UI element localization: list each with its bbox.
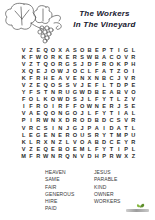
grid-cell-r10c4: Q (42, 110, 49, 117)
grid-cell-r10c15: A (122, 110, 129, 117)
grid-cell-r4c12: A (100, 67, 107, 74)
word-item: WORKERS (94, 198, 121, 205)
grid-cell-r15c12: Y (100, 145, 107, 152)
grid-cell-r2c7: E (64, 53, 71, 60)
grid-cell-r2c1: K (20, 53, 27, 60)
grid-cell-r5c5: E (49, 74, 56, 81)
grid-cell-r16c1: M (20, 152, 27, 159)
grid-cell-r8c15: Z (122, 96, 129, 103)
grid-cell-r2c10: W (86, 53, 93, 60)
grid-cell-r5c13: C (108, 74, 115, 81)
word-item: OWNER (94, 191, 121, 198)
grid-cell-r13c9: U (79, 131, 86, 138)
grid-cell-r14c5: N (49, 138, 56, 145)
grid-cell-r1c14: I (115, 46, 122, 53)
grid-cell-r3c9: J (79, 60, 86, 67)
grid-cell-r10c12: Y (100, 110, 107, 117)
grid-cell-r8c16: V (130, 96, 137, 103)
grid-cell-r10c8: O (71, 110, 78, 117)
grid-cell-r15c8: E (71, 145, 78, 152)
grid-cell-r2c11: B (93, 53, 100, 60)
grid-cell-r13c6: E (57, 131, 64, 138)
sprout-icon (136, 200, 145, 208)
grid-cell-r12c1: V (20, 124, 27, 131)
grid-cell-r4c1: X (20, 67, 27, 74)
grid-cell-r16c3: R (35, 152, 42, 159)
grid-cell-r14c12: D (100, 138, 107, 145)
grid-cell-r14c3: R (35, 138, 42, 145)
grid-cell-r14c6: Z (57, 138, 64, 145)
grid-cell-r14c9: O (79, 138, 86, 145)
grid-cell-r13c16: U (130, 131, 137, 138)
grid-cell-r11c16: R (130, 117, 137, 124)
grid-cell-r15c10: L (86, 145, 93, 152)
grid-cell-r4c16: I (130, 67, 137, 74)
grid-cell-r11c15: V (122, 117, 129, 124)
grid-cell-r4c9: C (79, 67, 86, 74)
grid-cell-r9c11: N (93, 103, 100, 110)
grid-cell-r12c9: J (79, 124, 86, 131)
grid-cell-r12c11: A (93, 124, 100, 131)
grid-cell-r10c1: V (20, 110, 27, 117)
grid-cell-r5c6: A (57, 74, 64, 81)
grid-cell-r11c6: X (57, 117, 64, 124)
grid-cell-r12c15: T (122, 124, 129, 131)
grid-cell-r4c3: E (35, 67, 42, 74)
grid-cell-r9c16: E (130, 103, 137, 110)
grid-cell-r16c13: R (108, 152, 115, 159)
grid-cell-r5c8: E (71, 74, 78, 81)
grid-cell-r10c7: G (64, 110, 71, 117)
grid-cell-r3c3: T (35, 60, 42, 67)
grid-cell-r11c13: C (108, 117, 115, 124)
grid-cell-r9c9: O (79, 103, 86, 110)
grid-cell-r3c2: Z (27, 60, 34, 67)
grid-cell-r15c15: P (122, 145, 129, 152)
grid-cell-r4c5: O (49, 67, 56, 74)
grid-cell-r7c4: T (42, 89, 49, 96)
header: The Workers In The Vineyard (0, 0, 155, 46)
grid-cell-r12c16: L (130, 124, 137, 131)
grid-cell-r3c16: H (130, 60, 137, 67)
grid-cell-r14c4: X (42, 138, 49, 145)
grid-cell-r3c1: V (20, 60, 27, 67)
grid-cell-r9c6: R (57, 103, 64, 110)
grid-cell-r6c6: S (57, 81, 64, 88)
grid-cell-r14c2: L (27, 138, 34, 145)
grid-cell-r9c1: I (20, 103, 27, 110)
grid-cell-r1c10: B (86, 46, 93, 53)
grid-cell-r11c3: R (35, 117, 42, 124)
grid-cell-r16c9: V (79, 152, 86, 159)
grid-cell-r14c16: R (130, 138, 137, 145)
publisher-logo (126, 200, 150, 213)
grid-cell-r16c14: W (115, 152, 122, 159)
grid-cell-r3c4: Q (42, 60, 49, 67)
grid-cell-r6c2: Z (27, 81, 34, 88)
grid-cell-r2c4: O (42, 53, 49, 60)
grid-cell-r5c11: N (93, 74, 100, 81)
grid-cell-r9c10: W (86, 103, 93, 110)
grid-cell-r16c16: Z (130, 152, 137, 159)
grid-cell-r3c13: O (108, 60, 115, 67)
grape-vine-illustration (2, 1, 64, 46)
grid-cell-r2c2: F (27, 53, 34, 60)
word-item: PARABLE (94, 176, 121, 183)
grid-cell-r13c1: L (20, 131, 27, 138)
grid-cell-r15c3: E (35, 145, 42, 152)
grid-cell-r16c8: N (71, 152, 78, 159)
grid-cell-r7c5: N (49, 89, 56, 96)
grid-cell-r16c7: Q (64, 152, 71, 159)
grid-cell-r11c8: R (71, 117, 78, 124)
grid-cell-r7c7: U (64, 89, 71, 96)
grid-cell-r1c1: V (20, 46, 27, 53)
grid-cell-r16c4: W (42, 152, 49, 159)
grid-cell-r16c11: H (93, 152, 100, 159)
grid-cell-r8c4: K (42, 96, 49, 103)
word-item: PAID (45, 205, 74, 212)
grid-cell-r3c5: O (49, 60, 56, 67)
grid-cell-r15c14: I (115, 145, 122, 152)
grid-cell-r16c6: R (57, 152, 64, 159)
grid-cell-r16c5: N (49, 152, 56, 159)
grid-cell-r6c14: D (115, 81, 122, 88)
grid-cell-r6c8: V (71, 81, 78, 88)
grid-cell-r9c3: R (35, 103, 42, 110)
grid-cell-r12c14: A (115, 124, 122, 131)
grid-cell-r15c5: E (49, 145, 56, 152)
grid-cell-r9c8: F (71, 103, 78, 110)
grid-cell-r4c4: J (42, 67, 49, 74)
grid-cell-r12c13: D (108, 124, 115, 131)
grid-cell-r5c3: R (35, 74, 42, 81)
grid-cell-r16c12: P (100, 152, 107, 159)
grid-cell-r12c5: I (49, 124, 56, 131)
grid-cell-r12c4: S (42, 124, 49, 131)
grid-cell-r10c13: T (108, 110, 115, 117)
grid-cell-r7c9: W (79, 89, 86, 96)
grid-cell-r7c14: B (115, 89, 122, 96)
grid-cell-r14c7: L (64, 138, 71, 145)
grid-cell-r4c7: J (64, 67, 71, 74)
grid-cell-r5c4: H (42, 74, 49, 81)
grid-cell-r2c13: C (108, 53, 115, 60)
grid-cell-r15c2: Z (27, 145, 34, 152)
grid-cell-r3c15: P (122, 60, 129, 67)
grid-cell-r6c13: T (108, 81, 115, 88)
grid-cell-r2c12: A (100, 53, 107, 60)
grid-cell-r2c16: R (130, 53, 137, 60)
grid-cell-r3c8: S (71, 60, 78, 67)
grid-cell-r6c3: E (35, 81, 42, 88)
word-list-left: HEAVENSAMEFAIRGENEROUSHIREPAID (45, 169, 74, 213)
grid-cell-r8c14: L (115, 96, 122, 103)
grid-cell-r14c14: E (115, 138, 122, 145)
grid-cell-r2c6: K (57, 53, 64, 60)
grid-cell-r15c13: T (108, 145, 115, 152)
grid-cell-r8c7: D (64, 96, 71, 103)
grid-cell-r12c12: I (100, 124, 107, 131)
grid-cell-r6c4: Q (42, 81, 49, 88)
grid-cell-r1c9: O (79, 46, 86, 53)
grid-cell-r7c13: A (108, 89, 115, 96)
worksheet-page: The Workers In The Vineyard VZEQOXASOBEP… (0, 0, 155, 220)
grid-cell-r1c4: Q (42, 46, 49, 53)
grid-cell-r11c1: P (20, 117, 27, 124)
grid-cell-r8c2: O (27, 96, 34, 103)
grid-cell-r8c10: L (86, 96, 93, 103)
grid-cell-r14c15: Y (122, 138, 129, 145)
grid-cell-r7c6: R (57, 89, 64, 96)
word-item: SAME (45, 176, 74, 183)
grid-cell-r4c14: Z (115, 67, 122, 74)
grid-cell-r11c2: I (27, 117, 34, 124)
grid-cell-r8c1: F (20, 96, 27, 103)
grid-cell-r7c15: V (122, 89, 129, 96)
grid-cell-r9c7: F (64, 103, 71, 110)
wordsearch-grid: VZEQOXASOBEPTIGLKFWORKERSWBACOVRVZTQORGS… (20, 46, 137, 160)
grid-cell-r16c2: F (27, 152, 34, 159)
grid-cell-r13c2: E (27, 131, 34, 138)
grid-cell-r2c3: W (35, 53, 42, 60)
grid-cell-r3c6: R (57, 60, 64, 67)
grid-cell-r11c4: W (42, 117, 49, 124)
grid-cell-r6c1: V (20, 81, 27, 88)
grid-cell-r10c3: E (35, 110, 42, 117)
grid-cell-r16c15: X (122, 152, 129, 159)
grid-cell-r12c3: C (35, 124, 42, 131)
grid-cell-r13c11: R (93, 131, 100, 138)
word-item: HEAVEN (45, 169, 74, 176)
grid-cell-r10c11: F (93, 110, 100, 117)
grid-cell-r9c4: O (42, 103, 49, 110)
grid-cell-r3c7: G (64, 60, 71, 67)
grid-cell-r5c9: N (79, 74, 86, 81)
grid-cell-r15c7: O (64, 145, 71, 152)
grid-cell-r8c8: S (71, 96, 78, 103)
grid-cell-r5c16: R (130, 74, 137, 81)
grid-cell-r15c9: M (79, 145, 86, 152)
grid-cell-r4c10: L (86, 67, 93, 74)
grid-cell-r9c15: S (122, 103, 129, 110)
grid-cell-r8c11: F (93, 96, 100, 103)
grid-cell-r7c11: B (93, 89, 100, 96)
grid-cell-r12c2: R (27, 124, 34, 131)
grid-cell-r12c7: J (64, 124, 71, 131)
grid-cell-r5c14: J (115, 74, 122, 81)
grid-cell-r4c15: O (122, 67, 129, 74)
grid-cell-r10c5: O (49, 110, 56, 117)
grid-cell-r15c1: V (20, 145, 27, 152)
grid-cell-r9c5: I (49, 103, 56, 110)
grid-cell-r8c9: J (79, 96, 86, 103)
grid-cell-r4c13: T (108, 67, 115, 74)
title-line-2: In The Vineyard (56, 20, 153, 31)
grid-cell-r2c14: O (115, 53, 122, 60)
grid-cell-r13c4: E (42, 131, 49, 138)
grid-cell-r7c12: E (100, 89, 107, 96)
grid-cell-r3c12: R (100, 60, 107, 67)
grid-cell-r13c13: T (108, 131, 115, 138)
grid-cell-r10c2: A (27, 110, 34, 117)
grid-cell-r7c2: F (27, 89, 34, 96)
grid-cell-r7c8: G (71, 89, 78, 96)
grid-cell-r5c10: X (86, 74, 93, 81)
grid-cell-r3c14: K (115, 60, 122, 67)
grid-cell-r8c12: Y (100, 96, 107, 103)
grid-cell-r6c16: E (130, 81, 137, 88)
grid-cell-r6c15: P (122, 81, 129, 88)
word-item: HIRE (45, 198, 74, 205)
grid-cell-r5c15: V (122, 74, 129, 81)
grid-cell-r3c11: F (93, 60, 100, 67)
grid-cell-r9c2: F (27, 103, 34, 110)
grid-cell-r13c7: R (64, 131, 71, 138)
grid-cell-r6c5: O (49, 81, 56, 88)
grid-cell-r11c14: S (115, 117, 122, 124)
grid-cell-r14c1: K (20, 138, 27, 145)
grid-cell-r10c10: L (86, 110, 93, 117)
grid-cell-r1c2: Z (27, 46, 34, 53)
grid-cell-r5c12: B (100, 74, 107, 81)
grid-cell-r14c11: B (93, 138, 100, 145)
page-title: The Workers In The Vineyard (56, 9, 153, 30)
grid-cell-r4c2: Q (27, 67, 34, 74)
grid-cell-r7c10: D (86, 89, 93, 96)
grid-cell-r14c8: V (71, 138, 78, 145)
grid-cell-r11c10: D (86, 117, 93, 124)
grid-cell-r9c12: E (100, 103, 107, 110)
grid-cell-r7c1: Y (20, 89, 27, 96)
grid-cell-r8c13: T (108, 96, 115, 103)
grid-cell-r9c13: R (108, 103, 115, 110)
grid-cell-r7c3: S (35, 89, 42, 96)
grid-cell-r13c14: M (115, 131, 122, 138)
grid-cell-r2c9: S (79, 53, 86, 60)
grid-cell-r16c10: D (86, 152, 93, 159)
grid-cell-r8c6: W (57, 96, 64, 103)
grid-cell-r8c3: L (35, 96, 42, 103)
grid-cell-r2c8: R (71, 53, 78, 60)
grid-cell-r13c8: O (71, 131, 78, 138)
grid-cell-r5c1: K (20, 74, 27, 81)
word-item: FAIR (45, 184, 74, 191)
grid-cell-r12c10: P (86, 124, 93, 131)
grid-cell-r1c7: A (64, 46, 71, 53)
grid-cell-r1c13: T (108, 46, 115, 53)
grid-cell-r14c13: C (108, 138, 115, 145)
grid-cell-r6c10: E (86, 81, 93, 88)
grid-cell-r11c9: O (79, 117, 86, 124)
grid-cell-r6c12: L (100, 81, 107, 88)
grid-cell-r4c8: O (71, 67, 78, 74)
word-list-right: JESUSPARABLEKINDOWNERWORKERS (94, 169, 121, 205)
grid-cell-r9c14: J (115, 103, 122, 110)
grid-cell-r4c6: W (57, 67, 64, 74)
grid-cell-r1c8: S (71, 46, 78, 53)
grid-cell-r15c4: Q (42, 145, 49, 152)
grid-cell-r13c10: S (86, 131, 93, 138)
grid-cell-r7c16: O (130, 89, 137, 96)
grid-cell-r11c12: D (100, 117, 107, 124)
grid-cell-r13c5: N (49, 131, 56, 138)
grid-cell-r15c11: F (93, 145, 100, 152)
grid-cell-r12c6: N (57, 124, 64, 131)
grid-cell-r1c6: X (57, 46, 64, 53)
grid-cell-r1c16: L (130, 46, 137, 53)
grid-cell-r15c6: B (57, 145, 64, 152)
grid-cell-r10c16: L (130, 110, 137, 117)
grid-cell-r5c2: F (27, 74, 34, 81)
grid-cell-r1c11: E (93, 46, 100, 53)
grid-cell-r2c5: R (49, 53, 56, 60)
grid-cell-r6c9: J (79, 81, 86, 88)
word-item: GENEROUS (45, 191, 74, 198)
grid-cell-r10c6: N (57, 110, 64, 117)
grid-cell-r11c5: N (49, 117, 56, 124)
title-line-1: The Workers (56, 9, 153, 20)
word-item: KIND (94, 184, 121, 191)
grid-cell-r11c11: B (93, 117, 100, 124)
grid-cell-r14c10: A (86, 138, 93, 145)
grid-cell-r4c11: F (93, 67, 100, 74)
grid-cell-r3c10: D (86, 60, 93, 67)
grid-cell-r8c5: O (49, 96, 56, 103)
grid-cell-r13c15: P (122, 131, 129, 138)
grid-cell-r10c9: J (79, 110, 86, 117)
grid-cell-r11c7: D (64, 117, 71, 124)
word-item: JESUS (94, 169, 121, 176)
grid-cell-r1c12: P (100, 46, 107, 53)
grid-cell-r6c11: F (93, 81, 100, 88)
grid-cell-r6c7: S (64, 81, 71, 88)
grid-cell-r12c8: G (71, 124, 78, 131)
grid-cell-r1c3: E (35, 46, 42, 53)
grid-cell-r1c15: G (122, 46, 129, 53)
grid-cell-r15c16: L (130, 145, 137, 152)
grid-cell-r1c5: O (49, 46, 56, 53)
logo-text-bar (126, 209, 149, 212)
grid-cell-r13c12: Y (100, 131, 107, 138)
grid-cell-r2c15: V (122, 53, 129, 60)
grid-cell-r13c3: G (35, 131, 42, 138)
grid-cell-r5c7: V (64, 74, 71, 81)
grid-cell-r10c14: I (115, 110, 122, 117)
